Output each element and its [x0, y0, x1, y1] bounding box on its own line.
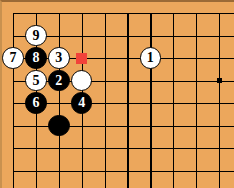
board-intersection: 6 — [24, 92, 47, 115]
board-intersection: 8 — [24, 47, 47, 70]
board-intersection: 7 — [2, 47, 25, 70]
white-stone — [71, 70, 93, 92]
board-intersection: 3 — [47, 47, 70, 70]
board-intersection — [70, 47, 93, 70]
star-point-marker — [217, 78, 222, 83]
white-stone-1: 1 — [140, 47, 162, 69]
board-intersection — [70, 69, 93, 92]
red-square-marker — [76, 53, 87, 64]
white-stone-7: 7 — [2, 47, 24, 69]
board-intersection: 1 — [139, 47, 162, 70]
board-intersection: 2 — [47, 69, 70, 92]
board-intersection: 9 — [24, 24, 47, 47]
go-board: 978315264 — [0, 0, 234, 188]
board-intersection — [47, 114, 70, 137]
board-intersection: 4 — [70, 92, 93, 115]
white-stone-3: 3 — [48, 47, 70, 69]
white-stone-5: 5 — [25, 70, 47, 92]
black-stone-2: 2 — [48, 70, 70, 92]
black-stone-6: 6 — [25, 92, 47, 114]
board-intersection: 5 — [24, 69, 47, 92]
stone-grid: 978315264 — [2, 2, 231, 182]
board-intersection — [208, 69, 231, 92]
black-stone-8: 8 — [25, 47, 47, 69]
white-stone-9: 9 — [25, 25, 47, 47]
black-stone — [48, 115, 70, 137]
black-stone-4: 4 — [71, 92, 93, 114]
